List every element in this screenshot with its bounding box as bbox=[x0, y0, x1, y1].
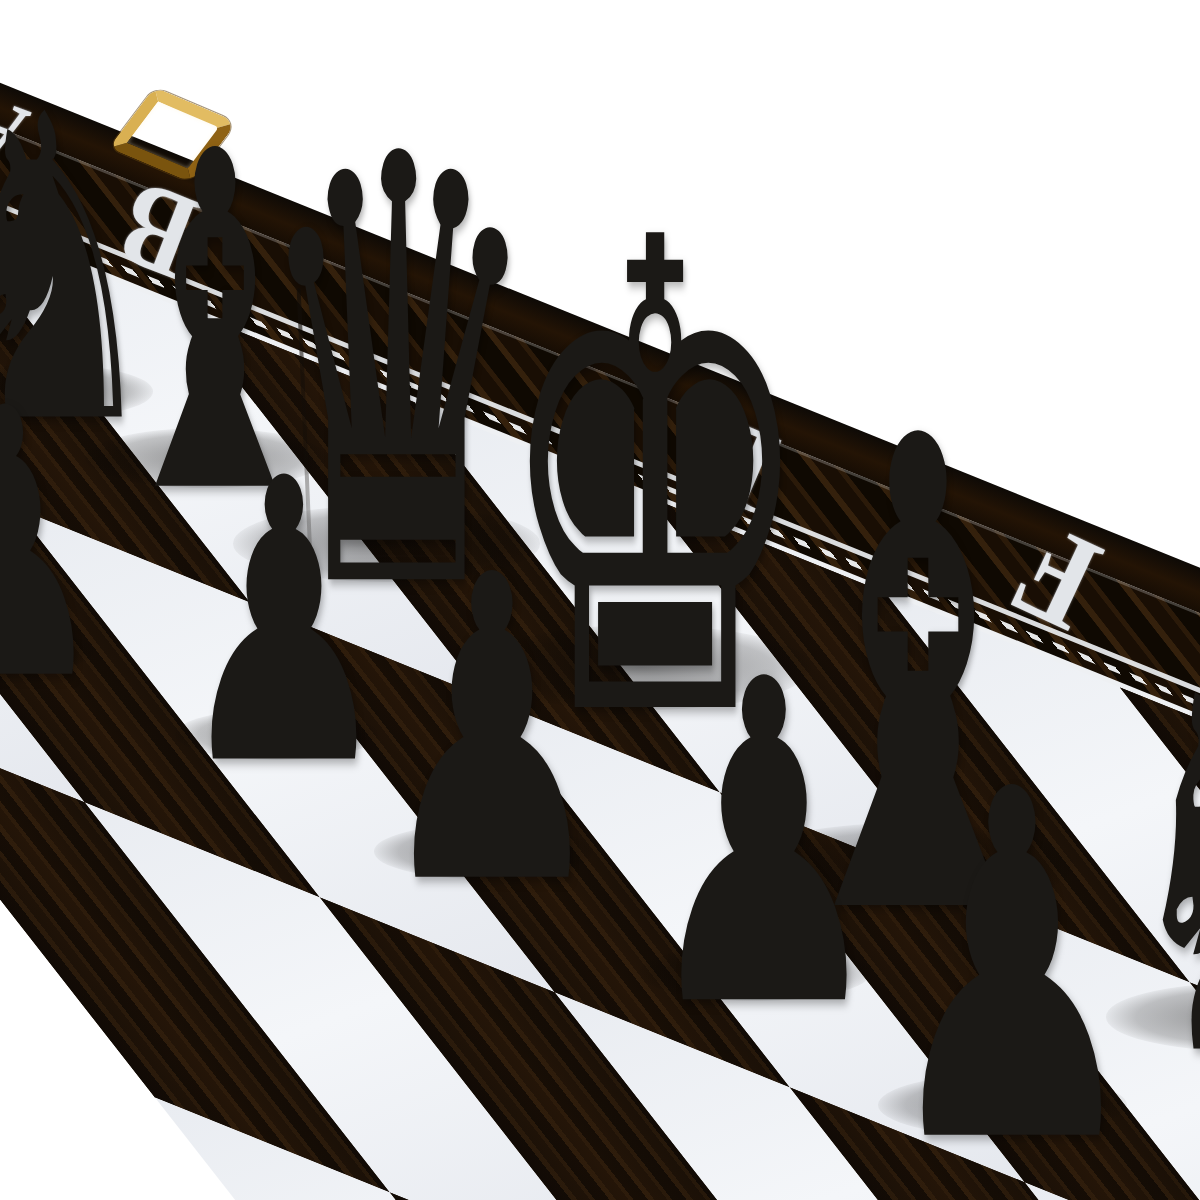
piece-black-pawn-c7: ♟ bbox=[375, 522, 608, 942]
piece-black-pawn-e7: ♟ bbox=[879, 728, 1146, 1200]
product-photo-stage: ABEF ♞♝♛♟♚♟♟♝♟♞♟ bbox=[0, 0, 1200, 1200]
piece-black-pawn-d7: ♟ bbox=[640, 623, 887, 1068]
piece-black-pawn-b7: ♟ bbox=[176, 428, 393, 818]
piece-black-pawn-a7: ♟ bbox=[0, 361, 108, 731]
pieces-layer: ♞♝♛♟♚♟♟♝♟♞♟ bbox=[0, 0, 1200, 1200]
